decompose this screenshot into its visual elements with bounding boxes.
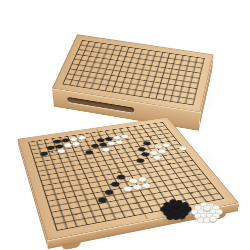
go-stone-white: ● xyxy=(121,184,134,192)
go-stone-white: ● xyxy=(56,148,67,154)
go-stone-black: ● xyxy=(109,180,121,188)
go-stone-white: ● xyxy=(114,139,125,145)
hoshi-point xyxy=(150,136,153,137)
handle-slot xyxy=(67,97,134,113)
go-stone-white: ● xyxy=(71,140,82,146)
hoshi-point xyxy=(190,192,193,194)
go-stone-black: ● xyxy=(115,173,127,180)
go-stone-white: ● xyxy=(100,146,111,152)
hoshi-point xyxy=(134,202,137,204)
go-stone-white: ● xyxy=(136,175,149,182)
product-photo-stage: ●●●●●●●●●●●●●●●●●●●●●●●●●●●●●●●●●●●●●●● … xyxy=(0,0,250,250)
go-stone-white: ● xyxy=(177,145,189,151)
go-stone-black: ● xyxy=(96,195,109,203)
hoshi-point xyxy=(75,213,78,215)
tray-stone-black: ● xyxy=(178,211,186,219)
go-stone-white: ● xyxy=(130,183,143,191)
go-stone-white: ● xyxy=(127,177,139,184)
go-stone-white: ● xyxy=(151,154,163,161)
black-stones-pile: ●●●●●●●●●●●●●●●●●●● xyxy=(160,197,194,218)
go-stone-black: ● xyxy=(83,149,94,155)
go-stone-black: ● xyxy=(134,157,146,164)
hoshi-point xyxy=(62,180,65,182)
go-stone-black: ● xyxy=(102,188,115,196)
folded-go-board-case xyxy=(52,34,214,112)
hoshi-point xyxy=(117,171,120,173)
white-stones-pile: ●●●●●●●●●●●●●●●●●●● xyxy=(191,200,225,221)
tray-stone-white: ● xyxy=(209,214,217,222)
tray-stone-white: ● xyxy=(203,204,211,212)
board-foot xyxy=(62,242,81,250)
hoshi-point xyxy=(169,162,172,164)
tray-stone-black: ● xyxy=(172,201,180,209)
go-stone-black: ● xyxy=(39,150,49,156)
go-stone-white: ● xyxy=(139,181,152,189)
hoshi-point xyxy=(51,151,54,152)
